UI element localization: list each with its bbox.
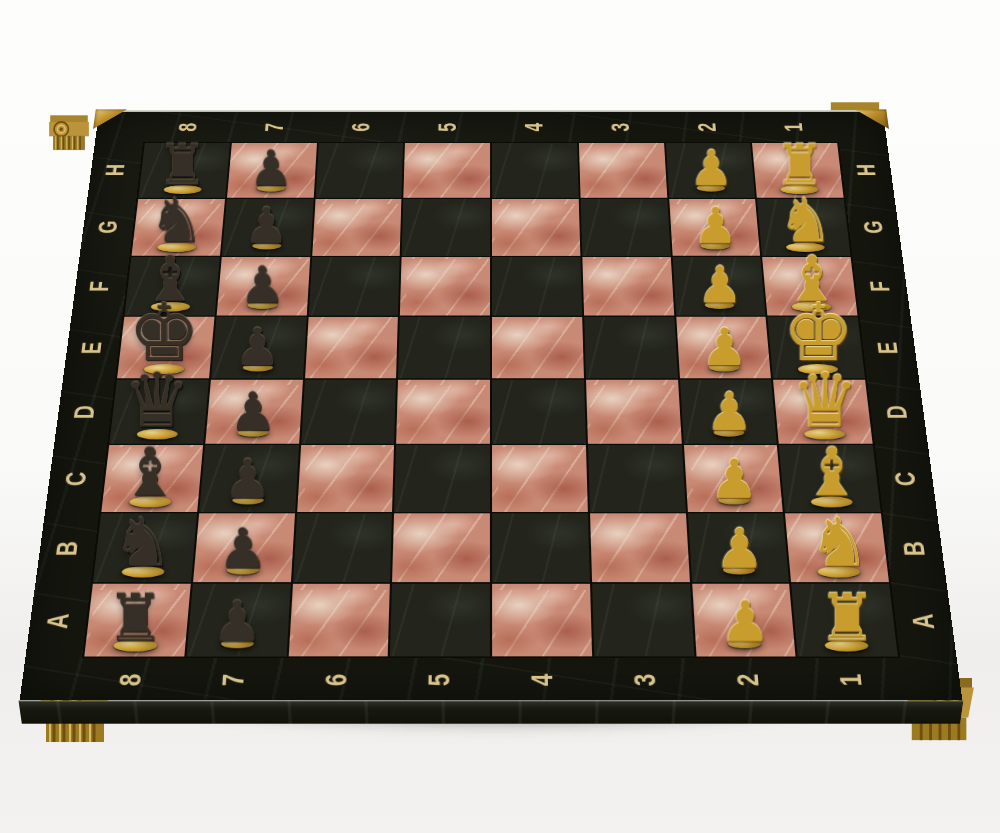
square-e6[interactable] [305, 317, 399, 378]
square-a6[interactable] [288, 584, 390, 656]
white-pawn-e2[interactable]: ♟ [702, 321, 749, 373]
white-pawn-d2[interactable]: ♟ [706, 385, 753, 438]
square-d6[interactable] [301, 380, 397, 444]
white-pawn-a2[interactable]: ♟ [720, 593, 771, 649]
square-f7[interactable]: ♟ [216, 257, 309, 316]
black-knight-b8[interactable]: ♞ [112, 508, 173, 576]
black-pawn-c7[interactable]: ♟ [223, 452, 271, 506]
black-pawn-d7[interactable]: ♟ [229, 385, 276, 438]
square-b1[interactable]: ♞ [785, 513, 889, 582]
square-e4[interactable] [492, 317, 584, 378]
square-g4[interactable] [492, 199, 580, 256]
file-label-right-h: H [839, 142, 895, 198]
square-h3[interactable] [579, 143, 667, 198]
white-knight-g1[interactable]: ♞ [778, 189, 833, 250]
square-d5[interactable] [396, 380, 490, 444]
square-f2[interactable]: ♟ [672, 257, 765, 316]
square-g3[interactable] [580, 199, 670, 256]
rank-label-bottom-2: 2 [696, 658, 802, 700]
black-pawn-b7[interactable]: ♟ [217, 521, 267, 576]
black-pawn-a7[interactable]: ♟ [211, 593, 262, 649]
square-c7[interactable]: ♟ [199, 445, 299, 512]
square-c1[interactable]: ♝ [779, 445, 881, 512]
square-h2[interactable]: ♟ [665, 143, 755, 198]
square-a5[interactable] [390, 584, 490, 656]
square-b7[interactable]: ♟ [193, 513, 295, 582]
square-h6[interactable] [315, 143, 403, 198]
square-h4[interactable] [492, 143, 579, 198]
rank-label-top-3: 3 [577, 112, 665, 142]
file-label-left-b: B [35, 513, 99, 584]
square-b3[interactable] [590, 513, 690, 582]
square-f6[interactable] [308, 257, 400, 316]
file-label-right-e: E [860, 316, 919, 379]
rank-label-bottom-7: 7 [180, 658, 286, 700]
square-a7[interactable]: ♟ [186, 584, 290, 656]
square-f3[interactable] [582, 257, 674, 316]
square-f5[interactable] [400, 257, 490, 316]
rank-label-top-6: 6 [317, 112, 405, 142]
white-queen-d1[interactable]: ♛ [791, 362, 859, 437]
file-label-right-c: C [875, 444, 937, 512]
rank-labels-top: 87654321 [143, 112, 839, 142]
square-h7[interactable]: ♟ [227, 143, 317, 198]
file-label-right-g: G [845, 198, 902, 256]
square-c6[interactable] [297, 445, 395, 512]
square-b8[interactable]: ♞ [93, 513, 197, 582]
rank-label-top-2: 2 [663, 112, 752, 142]
file-label-left-f: F [71, 256, 129, 316]
black-pawn-g7[interactable]: ♟ [244, 201, 289, 251]
square-g7[interactable]: ♟ [222, 199, 314, 256]
square-b6[interactable] [293, 513, 393, 582]
square-g2[interactable]: ♟ [669, 199, 761, 256]
square-e7[interactable]: ♟ [211, 317, 306, 378]
file-label-left-a: A [25, 584, 90, 658]
square-c8[interactable]: ♝ [101, 445, 203, 512]
white-pawn-c2[interactable]: ♟ [710, 452, 758, 506]
rank-label-bottom-3: 3 [593, 658, 698, 700]
square-a1[interactable]: ♜ [791, 584, 897, 656]
square-a4[interactable] [492, 584, 592, 656]
white-knight-b1[interactable]: ♞ [809, 508, 870, 576]
file-label-left-h: H [87, 142, 143, 198]
square-d7[interactable]: ♟ [205, 380, 302, 444]
rank-label-top-5: 5 [404, 112, 491, 142]
square-f4[interactable] [492, 257, 582, 316]
file-label-right-d: D [867, 379, 928, 444]
black-rook-a8[interactable]: ♜ [106, 585, 164, 650]
square-h5[interactable] [404, 143, 491, 198]
square-e3[interactable] [584, 317, 678, 378]
square-c5[interactable] [394, 445, 490, 512]
square-c2[interactable]: ♟ [683, 445, 783, 512]
square-d2[interactable]: ♟ [680, 380, 777, 444]
square-e2[interactable]: ♟ [676, 317, 771, 378]
white-pawn-b2[interactable]: ♟ [715, 521, 765, 576]
black-pawn-h7[interactable]: ♟ [248, 144, 292, 193]
rank-label-bottom-8: 8 [77, 658, 184, 700]
white-pawn-g2[interactable]: ♟ [694, 201, 739, 251]
rank-label-bottom-5: 5 [387, 658, 491, 700]
board-squares: ♜♟♟♜♞♟♟♞♝♟♟♝♚♟♟♚♛♟♟♛♝♟♟♝♞♟♟♞♜♟♟♜ [82, 142, 900, 658]
square-d3[interactable] [586, 380, 682, 444]
board-scene: 87654321 87654321 HGFEDCBA HGFEDCBA ♜♟♟♜… [63, 0, 919, 807]
file-label-left-g: G [80, 198, 137, 256]
square-a8[interactable]: ♜ [84, 584, 190, 656]
square-b2[interactable]: ♟ [687, 513, 789, 582]
square-e5[interactable] [398, 317, 490, 378]
black-bishop-c8[interactable]: ♝ [120, 439, 180, 506]
square-c4[interactable] [492, 445, 588, 512]
black-pawn-f7[interactable]: ♟ [239, 260, 285, 311]
corner-cap-top-right-icon [855, 109, 889, 129]
white-bishop-c1[interactable]: ♝ [802, 439, 862, 506]
square-g5[interactable] [402, 199, 490, 256]
white-rook-a1[interactable]: ♜ [818, 585, 876, 650]
board-surface: 87654321 87654321 HGFEDCBA HGFEDCBA ♜♟♟♜… [20, 112, 963, 701]
rank-label-bottom-4: 4 [491, 658, 595, 700]
square-c3[interactable] [588, 445, 686, 512]
rank-label-top-7: 7 [230, 112, 319, 142]
black-queen-d8[interactable]: ♛ [123, 362, 191, 437]
board-slab-edge [18, 700, 963, 723]
square-a3[interactable] [592, 584, 694, 656]
square-a2[interactable]: ♟ [692, 584, 796, 656]
file-label-right-b: B [883, 513, 947, 584]
square-b4[interactable] [492, 513, 590, 582]
square-d4[interactable] [492, 380, 586, 444]
rank-label-bottom-6: 6 [284, 658, 389, 700]
file-label-left-e: E [63, 316, 122, 379]
square-b5[interactable] [392, 513, 490, 582]
square-g6[interactable] [312, 199, 402, 256]
rank-label-top-4: 4 [491, 112, 578, 142]
white-pawn-h2[interactable]: ♟ [690, 144, 734, 193]
file-label-right-f: F [852, 256, 910, 316]
rank-labels-bottom: 87654321 [77, 658, 905, 700]
file-label-left-c: C [45, 444, 107, 512]
photo-stage: 87654321 87654321 HGFEDCBA HGFEDCBA ♜♟♟♜… [0, 0, 1000, 833]
rank-label-bottom-1: 1 [798, 658, 905, 700]
black-knight-g8[interactable]: ♞ [149, 189, 204, 250]
chess-board: 87654321 87654321 HGFEDCBA HGFEDCBA ♜♟♟♜… [20, 112, 963, 701]
file-label-right-a: A [891, 584, 956, 658]
black-pawn-e7[interactable]: ♟ [234, 321, 281, 373]
white-pawn-f2[interactable]: ♟ [697, 260, 743, 311]
file-label-left-d: D [54, 379, 115, 444]
corner-cap-top-left-icon [93, 109, 127, 129]
